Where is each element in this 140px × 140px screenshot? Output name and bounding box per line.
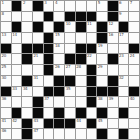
black-cell <box>108 12 118 22</box>
black-cell <box>33 97 43 107</box>
white-cell[interactable]: 27 <box>65 65 75 75</box>
white-cell[interactable]: 10 <box>65 22 75 32</box>
black-cell <box>44 54 54 64</box>
black-cell <box>76 54 86 64</box>
white-cell[interactable] <box>119 87 129 97</box>
white-cell[interactable]: 7 <box>129 1 139 11</box>
white-cell[interactable]: 43 <box>33 119 43 129</box>
white-cell[interactable] <box>22 97 32 107</box>
white-cell[interactable] <box>119 97 129 107</box>
clue-number: 5 <box>98 1 100 5</box>
white-cell[interactable] <box>76 76 86 86</box>
clue-number: 17 <box>119 33 124 37</box>
clue-number: 33 <box>12 87 17 91</box>
black-cell <box>119 129 129 139</box>
white-cell[interactable] <box>87 33 97 43</box>
white-cell[interactable] <box>76 1 86 11</box>
white-cell[interactable]: 30 <box>1 76 11 86</box>
clue-number: 1 <box>2 1 4 5</box>
black-cell <box>65 54 75 64</box>
white-cell[interactable] <box>108 119 118 129</box>
clue-number: 37 <box>44 97 49 101</box>
clue-number: 19 <box>98 44 103 48</box>
white-cell[interactable]: 16 <box>108 33 118 43</box>
black-cell <box>12 22 22 32</box>
white-cell[interactable] <box>108 108 118 118</box>
clue-number: 9 <box>119 12 121 16</box>
clue-number: 11 <box>87 22 92 26</box>
white-cell[interactable]: 29 <box>97 65 107 75</box>
white-cell[interactable] <box>65 1 75 11</box>
white-cell[interactable] <box>65 44 75 54</box>
black-cell <box>44 87 54 97</box>
white-cell[interactable] <box>97 12 107 22</box>
clue-number: 6 <box>119 1 121 5</box>
clue-number: 30 <box>2 76 7 80</box>
black-cell <box>87 44 97 54</box>
white-cell[interactable]: 15 <box>54 33 64 43</box>
black-cell <box>54 22 64 32</box>
black-cell <box>22 129 32 139</box>
white-cell[interactable] <box>129 76 139 86</box>
white-cell[interactable] <box>44 108 54 118</box>
black-cell <box>97 129 107 139</box>
white-cell[interactable]: 22 <box>87 54 97 64</box>
clue-number: 29 <box>98 65 103 69</box>
white-cell[interactable]: 9 <box>119 12 129 22</box>
clue-number: 28 <box>76 65 81 69</box>
white-cell[interactable] <box>1 22 11 32</box>
white-cell[interactable] <box>54 97 64 107</box>
black-cell <box>97 108 107 118</box>
white-cell[interactable] <box>1 108 11 118</box>
crossword-board: 1234567891011121314151617181920212223242… <box>0 0 140 140</box>
white-cell[interactable] <box>12 12 22 22</box>
white-cell[interactable]: 41 <box>1 119 11 129</box>
white-cell[interactable] <box>33 12 43 22</box>
white-cell[interactable] <box>12 129 22 139</box>
clue-number: 15 <box>55 33 60 37</box>
white-cell[interactable]: 18 <box>54 44 64 54</box>
black-cell <box>33 44 43 54</box>
clue-number: 31 <box>34 76 39 80</box>
white-cell[interactable]: 5 <box>97 1 107 11</box>
black-cell <box>87 87 97 97</box>
white-cell[interactable] <box>76 87 86 97</box>
white-cell[interactable]: 19 <box>97 44 107 54</box>
black-cell <box>22 119 32 129</box>
white-cell[interactable]: 25 <box>1 65 11 75</box>
white-cell[interactable]: 11 <box>87 22 97 32</box>
white-cell[interactable] <box>119 44 129 54</box>
white-cell[interactable] <box>12 44 22 54</box>
black-cell <box>44 44 54 54</box>
white-cell[interactable]: 14 <box>12 33 22 43</box>
black-cell <box>119 108 129 118</box>
black-cell <box>129 87 139 97</box>
white-cell[interactable]: 28 <box>76 65 86 75</box>
white-cell[interactable] <box>65 108 75 118</box>
white-cell[interactable] <box>22 65 32 75</box>
black-cell <box>22 76 32 86</box>
white-cell[interactable]: 32 <box>119 76 129 86</box>
white-cell[interactable] <box>97 76 107 86</box>
clue-number: 44 <box>76 119 81 123</box>
black-cell <box>22 54 32 64</box>
white-cell[interactable] <box>54 129 64 139</box>
clue-number: 39 <box>108 97 113 101</box>
white-cell[interactable]: 34 <box>22 87 32 97</box>
white-cell[interactable] <box>129 65 139 75</box>
clue-number: 27 <box>66 65 71 69</box>
white-cell[interactable] <box>22 22 32 32</box>
black-cell <box>87 97 97 107</box>
black-cell <box>65 119 75 129</box>
clue-number: 43 <box>34 119 39 123</box>
black-cell <box>33 1 43 11</box>
white-cell[interactable]: 45 <box>97 119 107 129</box>
white-cell[interactable]: 37 <box>44 97 54 107</box>
black-cell <box>108 54 118 64</box>
white-cell[interactable]: 40 <box>129 97 139 107</box>
white-cell[interactable]: 6 <box>119 1 129 11</box>
white-cell[interactable] <box>44 129 54 139</box>
white-cell[interactable] <box>44 76 54 86</box>
clue-number: 21 <box>34 54 39 58</box>
white-cell[interactable]: 31 <box>33 76 43 86</box>
clue-number: 25 <box>2 65 7 69</box>
white-cell[interactable]: 2 <box>22 1 32 11</box>
white-cell[interactable] <box>87 108 97 118</box>
black-cell <box>108 87 118 97</box>
clue-number: 20 <box>2 54 7 58</box>
clue-number: 45 <box>98 119 103 123</box>
white-cell[interactable] <box>12 54 22 64</box>
white-cell[interactable] <box>33 65 43 75</box>
black-cell <box>87 76 97 86</box>
white-cell[interactable] <box>108 44 118 54</box>
black-cell <box>76 108 86 118</box>
clue-number: 14 <box>12 33 17 37</box>
white-cell[interactable]: 8 <box>1 12 11 22</box>
white-cell[interactable] <box>76 97 86 107</box>
white-cell[interactable] <box>129 12 139 22</box>
white-cell[interactable] <box>22 108 32 118</box>
clue-number: 12 <box>108 22 113 26</box>
clue-number: 4 <box>55 1 57 5</box>
black-cell <box>54 119 64 129</box>
white-cell[interactable]: 4 <box>54 1 64 11</box>
white-cell[interactable]: 35 <box>65 87 75 97</box>
black-cell <box>44 12 54 22</box>
clue-number: 13 <box>2 33 7 37</box>
white-cell[interactable]: 38 <box>97 97 107 107</box>
white-cell[interactable] <box>54 12 64 22</box>
black-cell <box>54 87 64 97</box>
white-cell[interactable]: 46 <box>1 129 11 139</box>
white-cell[interactable]: 44 <box>76 119 86 129</box>
white-cell[interactable] <box>22 33 32 43</box>
white-cell[interactable] <box>12 65 22 75</box>
white-cell[interactable] <box>12 97 22 107</box>
white-cell[interactable] <box>87 1 97 11</box>
white-cell[interactable] <box>12 76 22 86</box>
white-cell[interactable]: 3 <box>44 1 54 11</box>
clue-number: 2 <box>23 1 25 5</box>
black-cell <box>54 108 64 118</box>
white-cell[interactable] <box>54 54 64 64</box>
white-cell[interactable]: 13 <box>1 33 11 43</box>
black-cell <box>22 44 32 54</box>
black-cell <box>108 76 118 86</box>
clue-number: 7 <box>130 1 132 5</box>
black-cell <box>44 65 54 75</box>
white-cell[interactable]: 21 <box>33 54 43 64</box>
white-cell[interactable] <box>108 129 118 139</box>
white-cell[interactable] <box>119 65 129 75</box>
clue-number: 35 <box>66 87 71 91</box>
clue-number: 41 <box>2 119 7 123</box>
black-cell <box>1 44 11 54</box>
black-cell <box>87 65 97 75</box>
clue-number: 47 <box>34 129 39 133</box>
white-cell[interactable]: 42 <box>12 119 22 129</box>
white-cell[interactable]: 33 <box>12 87 22 97</box>
black-cell <box>1 87 11 97</box>
white-cell[interactable] <box>65 33 75 43</box>
white-cell[interactable] <box>33 87 43 97</box>
white-cell[interactable] <box>22 12 32 22</box>
clue-number: 32 <box>119 76 124 80</box>
clue-number: 26 <box>55 65 60 69</box>
clue-number: 18 <box>55 44 60 48</box>
black-cell <box>97 33 107 43</box>
black-cell <box>87 12 97 22</box>
black-cell <box>12 1 22 11</box>
clue-number: 46 <box>2 129 7 133</box>
black-cell <box>12 108 22 118</box>
white-cell[interactable] <box>119 119 129 129</box>
white-cell[interactable] <box>87 129 97 139</box>
black-cell <box>65 12 75 22</box>
clue-number: 3 <box>44 1 46 5</box>
black-cell <box>44 33 54 43</box>
white-cell[interactable]: 47 <box>33 129 43 139</box>
white-cell[interactable] <box>97 54 107 64</box>
clue-number: 34 <box>23 87 28 91</box>
white-cell[interactable]: 17 <box>119 33 129 43</box>
white-cell[interactable] <box>33 33 43 43</box>
white-cell[interactable] <box>129 108 139 118</box>
white-cell[interactable] <box>108 65 118 75</box>
black-cell <box>87 119 97 129</box>
white-cell[interactable] <box>129 129 139 139</box>
black-cell <box>44 119 54 129</box>
white-cell[interactable] <box>129 119 139 129</box>
black-cell <box>97 22 107 32</box>
clue-number: 38 <box>98 97 103 101</box>
clue-number: 8 <box>2 12 4 16</box>
clue-number: 23 <box>119 54 124 58</box>
white-cell[interactable]: 23 <box>119 54 129 64</box>
clue-number: 24 <box>130 54 135 58</box>
white-cell[interactable]: 26 <box>54 65 64 75</box>
white-cell[interactable] <box>65 97 75 107</box>
clue-number: 42 <box>12 119 17 123</box>
black-cell <box>65 76 75 86</box>
white-cell[interactable]: 20 <box>1 54 11 64</box>
white-cell[interactable] <box>129 33 139 43</box>
white-cell[interactable] <box>129 22 139 32</box>
white-cell[interactable] <box>76 33 86 43</box>
black-cell <box>129 44 139 54</box>
clue-number: 10 <box>66 22 71 26</box>
black-cell <box>33 22 43 32</box>
black-cell <box>108 1 118 11</box>
black-cell <box>76 12 86 22</box>
black-cell <box>76 22 86 32</box>
black-cell <box>119 22 129 32</box>
white-cell[interactable]: 24 <box>129 54 139 64</box>
white-cell[interactable]: 39 <box>108 97 118 107</box>
white-cell[interactable] <box>44 22 54 32</box>
black-cell <box>76 44 86 54</box>
clue-number: 36 <box>2 97 7 101</box>
white-cell[interactable]: 1 <box>1 1 11 11</box>
crossword-grid: 1234567891011121314151617181920212223242… <box>1 1 139 139</box>
white-cell[interactable] <box>65 129 75 139</box>
black-cell <box>54 76 64 86</box>
black-cell <box>97 87 107 97</box>
black-cell <box>33 108 43 118</box>
white-cell[interactable]: 36 <box>1 97 11 107</box>
clue-number: 16 <box>108 33 113 37</box>
white-cell[interactable] <box>76 129 86 139</box>
clue-number: 40 <box>130 97 135 101</box>
clue-number: 22 <box>87 54 92 58</box>
white-cell[interactable]: 12 <box>108 22 118 32</box>
